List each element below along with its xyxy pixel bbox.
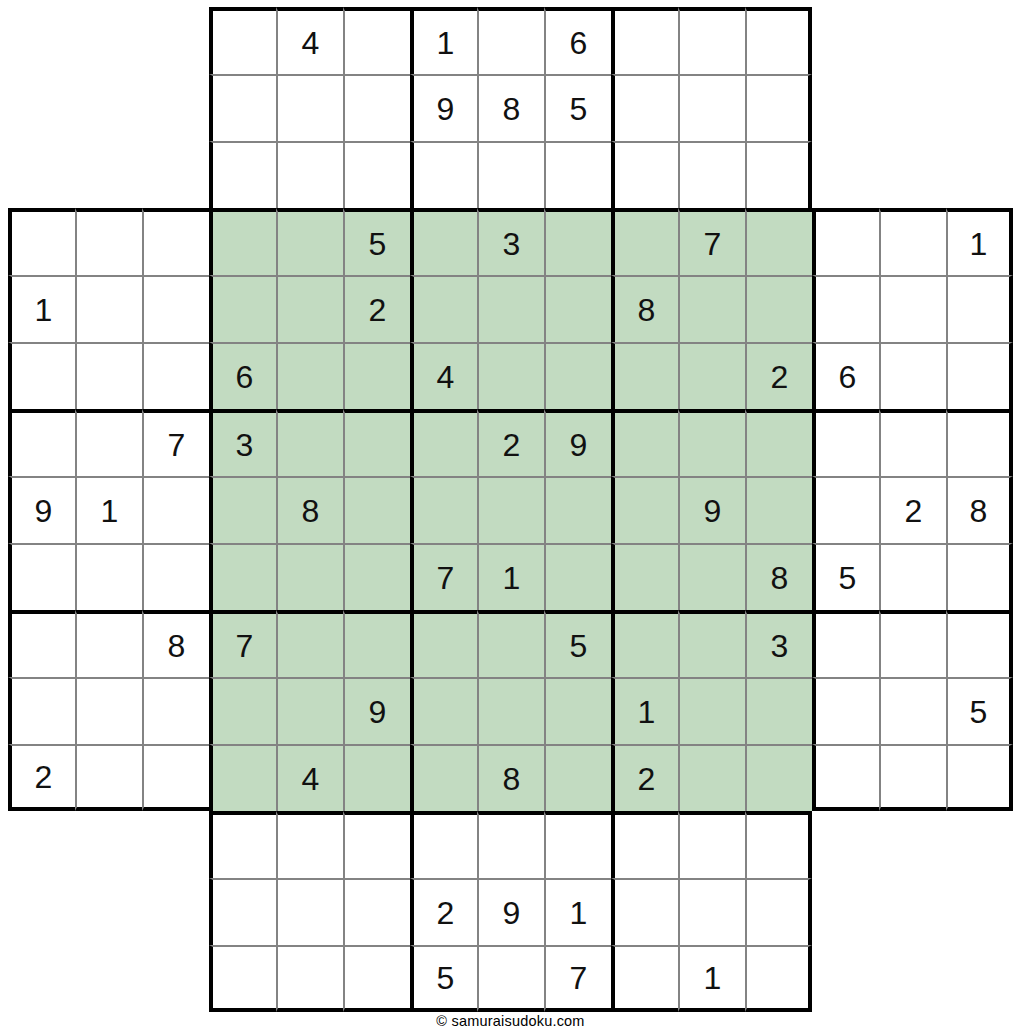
cell-r5c6-given: 2 bbox=[343, 275, 410, 342]
cell-r14c8-given: 9 bbox=[477, 878, 544, 945]
cell-r6c6[interactable] bbox=[343, 342, 410, 409]
void-r3c3 bbox=[142, 141, 209, 208]
cell-r14c4[interactable] bbox=[209, 878, 276, 945]
cell-r11c3[interactable] bbox=[142, 677, 209, 744]
cell-r2c5[interactable] bbox=[276, 74, 343, 141]
cell-r6c12-given: 2 bbox=[745, 342, 812, 409]
cell-r11c10-given: 1 bbox=[611, 677, 678, 744]
cell-r9c2[interactable] bbox=[75, 543, 142, 610]
cell-r9c10[interactable] bbox=[611, 543, 678, 610]
cell-r2c8-given: 8 bbox=[477, 74, 544, 141]
cell-r14c12[interactable] bbox=[745, 878, 812, 945]
cell-r11c12[interactable] bbox=[745, 677, 812, 744]
cell-r3c4[interactable] bbox=[209, 141, 276, 208]
cell-r7c5[interactable] bbox=[276, 409, 343, 476]
cell-r3c11[interactable] bbox=[678, 141, 745, 208]
cell-r10c3-given: 8 bbox=[142, 610, 209, 677]
cell-r11c4[interactable] bbox=[209, 677, 276, 744]
void-r13c14 bbox=[879, 811, 946, 878]
cell-r10c1[interactable] bbox=[8, 610, 75, 677]
cell-r5c4[interactable] bbox=[209, 275, 276, 342]
cell-r10c10[interactable] bbox=[611, 610, 678, 677]
cell-r5c8[interactable] bbox=[477, 275, 544, 342]
void-r14c3 bbox=[142, 878, 209, 945]
cell-r10c5[interactable] bbox=[276, 610, 343, 677]
cell-r15c8[interactable] bbox=[477, 945, 544, 1012]
cell-r5c13[interactable] bbox=[812, 275, 879, 342]
cell-r11c1[interactable] bbox=[8, 677, 75, 744]
cell-r3c7[interactable] bbox=[410, 141, 477, 208]
cell-r13c6[interactable] bbox=[343, 811, 410, 878]
cell-r4c9[interactable] bbox=[544, 208, 611, 275]
void-r1c14 bbox=[879, 7, 946, 74]
cell-r9c13-given: 5 bbox=[812, 543, 879, 610]
cell-r9c12-given: 8 bbox=[745, 543, 812, 610]
cell-r14c9-given: 1 bbox=[544, 878, 611, 945]
cell-r15c10[interactable] bbox=[611, 945, 678, 1012]
cell-r5c9[interactable] bbox=[544, 275, 611, 342]
cell-r7c6[interactable] bbox=[343, 409, 410, 476]
cell-r5c5[interactable] bbox=[276, 275, 343, 342]
cell-r14c10[interactable] bbox=[611, 878, 678, 945]
cell-r4c3[interactable] bbox=[142, 208, 209, 275]
cell-r8c4[interactable] bbox=[209, 476, 276, 543]
cell-r3c9[interactable] bbox=[544, 141, 611, 208]
cell-r8c15-given: 8 bbox=[946, 476, 1013, 543]
void-r1c13 bbox=[812, 7, 879, 74]
cell-r5c10-given: 8 bbox=[611, 275, 678, 342]
cell-r6c2[interactable] bbox=[75, 342, 142, 409]
cell-r4c7[interactable] bbox=[410, 208, 477, 275]
void-r13c15 bbox=[946, 811, 1013, 878]
cell-r15c11-given: 1 bbox=[678, 945, 745, 1012]
void-r14c2 bbox=[75, 878, 142, 945]
cell-r4c11-given: 7 bbox=[678, 208, 745, 275]
cell-r12c9[interactable] bbox=[544, 744, 611, 811]
cell-r15c5[interactable] bbox=[276, 945, 343, 1012]
cell-r9c7-given: 7 bbox=[410, 543, 477, 610]
cell-r2c10[interactable] bbox=[611, 74, 678, 141]
cell-r8c9[interactable] bbox=[544, 476, 611, 543]
cell-r15c4[interactable] bbox=[209, 945, 276, 1012]
cell-r2c11[interactable] bbox=[678, 74, 745, 141]
void-r15c1 bbox=[8, 945, 75, 1012]
cell-r12c2[interactable] bbox=[75, 744, 142, 811]
void-r1c15 bbox=[946, 7, 1013, 74]
cell-r7c4-given: 3 bbox=[209, 409, 276, 476]
cell-r9c9[interactable] bbox=[544, 543, 611, 610]
cell-r6c5[interactable] bbox=[276, 342, 343, 409]
cell-r12c11[interactable] bbox=[678, 744, 745, 811]
cell-r13c4[interactable] bbox=[209, 811, 276, 878]
cell-r10c8[interactable] bbox=[477, 610, 544, 677]
cell-r8c10[interactable] bbox=[611, 476, 678, 543]
cell-r13c9[interactable] bbox=[544, 811, 611, 878]
cell-r7c8-given: 2 bbox=[477, 409, 544, 476]
void-r2c1 bbox=[8, 74, 75, 141]
cell-r6c1[interactable] bbox=[8, 342, 75, 409]
cell-r12c1-given: 2 bbox=[8, 744, 75, 811]
cell-r7c14[interactable] bbox=[879, 409, 946, 476]
void-r13c2 bbox=[75, 811, 142, 878]
cell-r7c1[interactable] bbox=[8, 409, 75, 476]
cell-r12c8-given: 8 bbox=[477, 744, 544, 811]
void-r3c15 bbox=[946, 141, 1013, 208]
cell-r4c6-given: 5 bbox=[343, 208, 410, 275]
sudoku-board: 4169855371128642673299189287185875391524… bbox=[8, 7, 1013, 1012]
cell-r14c7-given: 2 bbox=[410, 878, 477, 945]
cell-r9c3[interactable] bbox=[142, 543, 209, 610]
cell-r7c15[interactable] bbox=[946, 409, 1013, 476]
cell-r10c11[interactable] bbox=[678, 610, 745, 677]
cell-r7c10[interactable] bbox=[611, 409, 678, 476]
cell-r9c8-given: 1 bbox=[477, 543, 544, 610]
cell-r5c1-given: 1 bbox=[8, 275, 75, 342]
cell-r6c7-given: 4 bbox=[410, 342, 477, 409]
cell-r1c12[interactable] bbox=[745, 7, 812, 74]
cell-r10c13[interactable] bbox=[812, 610, 879, 677]
cell-r9c5[interactable] bbox=[276, 543, 343, 610]
void-r15c2 bbox=[75, 945, 142, 1012]
cell-r1c11[interactable] bbox=[678, 7, 745, 74]
cell-r1c5-given: 4 bbox=[276, 7, 343, 74]
cell-r13c10[interactable] bbox=[611, 811, 678, 878]
cell-r2c6[interactable] bbox=[343, 74, 410, 141]
cell-r5c2[interactable] bbox=[75, 275, 142, 342]
cell-r6c4-given: 6 bbox=[209, 342, 276, 409]
void-r15c14 bbox=[879, 945, 946, 1012]
void-r3c2 bbox=[75, 141, 142, 208]
cell-r8c11-given: 9 bbox=[678, 476, 745, 543]
cell-r5c15[interactable] bbox=[946, 275, 1013, 342]
cell-r10c12-given: 3 bbox=[745, 610, 812, 677]
cell-r2c12[interactable] bbox=[745, 74, 812, 141]
void-r15c3 bbox=[142, 945, 209, 1012]
cell-r7c3-given: 7 bbox=[142, 409, 209, 476]
cell-r13c12[interactable] bbox=[745, 811, 812, 878]
cell-r13c8[interactable] bbox=[477, 811, 544, 878]
void-r14c13 bbox=[812, 878, 879, 945]
cell-r14c6[interactable] bbox=[343, 878, 410, 945]
cell-r5c3[interactable] bbox=[142, 275, 209, 342]
cell-r7c7[interactable] bbox=[410, 409, 477, 476]
copyright-text: © samuraisudoku.com bbox=[8, 1013, 1013, 1029]
cell-r9c6[interactable] bbox=[343, 543, 410, 610]
cell-r15c6[interactable] bbox=[343, 945, 410, 1012]
void-r3c14 bbox=[879, 141, 946, 208]
cell-r6c10[interactable] bbox=[611, 342, 678, 409]
cell-r6c15[interactable] bbox=[946, 342, 1013, 409]
cell-r3c10[interactable] bbox=[611, 141, 678, 208]
cell-r10c6[interactable] bbox=[343, 610, 410, 677]
void-r15c15 bbox=[946, 945, 1013, 1012]
cell-r7c12[interactable] bbox=[745, 409, 812, 476]
void-r2c2 bbox=[75, 74, 142, 141]
cell-r8c13[interactable] bbox=[812, 476, 879, 543]
cell-r5c14[interactable] bbox=[879, 275, 946, 342]
cell-r12c14[interactable] bbox=[879, 744, 946, 811]
cell-r5c7[interactable] bbox=[410, 275, 477, 342]
cell-r3c8[interactable] bbox=[477, 141, 544, 208]
cell-r12c5-given: 4 bbox=[276, 744, 343, 811]
cell-r11c9[interactable] bbox=[544, 677, 611, 744]
cell-r12c3[interactable] bbox=[142, 744, 209, 811]
void-r14c1 bbox=[8, 878, 75, 945]
cell-r10c9-given: 5 bbox=[544, 610, 611, 677]
cell-r11c7[interactable] bbox=[410, 677, 477, 744]
cell-r12c13[interactable] bbox=[812, 744, 879, 811]
void-r1c1 bbox=[8, 7, 75, 74]
cell-r7c9-given: 9 bbox=[544, 409, 611, 476]
cell-r5c11[interactable] bbox=[678, 275, 745, 342]
cell-r8c12[interactable] bbox=[745, 476, 812, 543]
cell-r14c5[interactable] bbox=[276, 878, 343, 945]
cell-r13c11[interactable] bbox=[678, 811, 745, 878]
cell-r8c2-given: 1 bbox=[75, 476, 142, 543]
cell-r1c6[interactable] bbox=[343, 7, 410, 74]
cell-r10c15[interactable] bbox=[946, 610, 1013, 677]
cell-r11c15-given: 5 bbox=[946, 677, 1013, 744]
cell-r12c15[interactable] bbox=[946, 744, 1013, 811]
cell-r1c8[interactable] bbox=[477, 7, 544, 74]
void-r2c15 bbox=[946, 74, 1013, 141]
cell-r4c8-given: 3 bbox=[477, 208, 544, 275]
void-r1c3 bbox=[142, 7, 209, 74]
cell-r1c9-given: 6 bbox=[544, 7, 611, 74]
void-r14c14 bbox=[879, 878, 946, 945]
cell-r12c7[interactable] bbox=[410, 744, 477, 811]
cell-r11c5[interactable] bbox=[276, 677, 343, 744]
cell-r3c12[interactable] bbox=[745, 141, 812, 208]
cell-r8c1-given: 9 bbox=[8, 476, 75, 543]
void-r13c1 bbox=[8, 811, 75, 878]
cell-r9c14[interactable] bbox=[879, 543, 946, 610]
cell-r2c4[interactable] bbox=[209, 74, 276, 141]
cell-r10c7[interactable] bbox=[410, 610, 477, 677]
cell-r11c14[interactable] bbox=[879, 677, 946, 744]
void-r3c1 bbox=[8, 141, 75, 208]
cell-r1c7-given: 1 bbox=[410, 7, 477, 74]
cell-r10c4-given: 7 bbox=[209, 610, 276, 677]
cell-r11c6-given: 9 bbox=[343, 677, 410, 744]
cell-r11c2[interactable] bbox=[75, 677, 142, 744]
cell-r4c15-given: 1 bbox=[946, 208, 1013, 275]
cell-r14c11[interactable] bbox=[678, 878, 745, 945]
void-r2c14 bbox=[879, 74, 946, 141]
cell-r12c4[interactable] bbox=[209, 744, 276, 811]
cell-r4c13[interactable] bbox=[812, 208, 879, 275]
cell-r4c2[interactable] bbox=[75, 208, 142, 275]
cell-r9c11[interactable] bbox=[678, 543, 745, 610]
void-r2c3 bbox=[142, 74, 209, 141]
cell-r8c3[interactable] bbox=[142, 476, 209, 543]
void-r1c2 bbox=[75, 7, 142, 74]
void-r2c13 bbox=[812, 74, 879, 141]
cell-r2c9-given: 5 bbox=[544, 74, 611, 141]
cell-r2c7-given: 9 bbox=[410, 74, 477, 141]
cell-r3c5[interactable] bbox=[276, 141, 343, 208]
cell-r7c2[interactable] bbox=[75, 409, 142, 476]
cell-r8c6[interactable] bbox=[343, 476, 410, 543]
cell-r6c8[interactable] bbox=[477, 342, 544, 409]
cell-r6c14[interactable] bbox=[879, 342, 946, 409]
cell-r9c1[interactable] bbox=[8, 543, 75, 610]
cell-r6c3[interactable] bbox=[142, 342, 209, 409]
cell-r4c14[interactable] bbox=[879, 208, 946, 275]
cell-r4c12[interactable] bbox=[745, 208, 812, 275]
void-r13c13 bbox=[812, 811, 879, 878]
cell-r15c7-given: 5 bbox=[410, 945, 477, 1012]
cell-r8c8[interactable] bbox=[477, 476, 544, 543]
cell-r8c5-given: 8 bbox=[276, 476, 343, 543]
cell-r7c13[interactable] bbox=[812, 409, 879, 476]
cell-r12c12[interactable] bbox=[745, 744, 812, 811]
cell-r11c13[interactable] bbox=[812, 677, 879, 744]
cell-r1c4[interactable] bbox=[209, 7, 276, 74]
cell-r3c6[interactable] bbox=[343, 141, 410, 208]
cell-r9c15[interactable] bbox=[946, 543, 1013, 610]
cell-r10c14[interactable] bbox=[879, 610, 946, 677]
void-r14c15 bbox=[946, 878, 1013, 945]
void-r15c13 bbox=[812, 945, 879, 1012]
cell-r15c9-given: 7 bbox=[544, 945, 611, 1012]
cell-r11c11[interactable] bbox=[678, 677, 745, 744]
cell-r8c14-given: 2 bbox=[879, 476, 946, 543]
cell-r8c7[interactable] bbox=[410, 476, 477, 543]
cell-r9c4[interactable] bbox=[209, 543, 276, 610]
cell-r5c12[interactable] bbox=[745, 275, 812, 342]
cell-r6c9[interactable] bbox=[544, 342, 611, 409]
cell-r6c13-given: 6 bbox=[812, 342, 879, 409]
cell-r13c7[interactable] bbox=[410, 811, 477, 878]
cell-r12c10-given: 2 bbox=[611, 744, 678, 811]
cell-r13c5[interactable] bbox=[276, 811, 343, 878]
cell-r12c6[interactable] bbox=[343, 744, 410, 811]
cell-r4c4[interactable] bbox=[209, 208, 276, 275]
void-r13c3 bbox=[142, 811, 209, 878]
void-r3c13 bbox=[812, 141, 879, 208]
cell-r11c8[interactable] bbox=[477, 677, 544, 744]
cell-r15c12[interactable] bbox=[745, 945, 812, 1012]
cell-r4c5[interactable] bbox=[276, 208, 343, 275]
cell-r6c11[interactable] bbox=[678, 342, 745, 409]
cell-r10c2[interactable] bbox=[75, 610, 142, 677]
cell-r4c10[interactable] bbox=[611, 208, 678, 275]
cell-r7c11[interactable] bbox=[678, 409, 745, 476]
cell-r4c1[interactable] bbox=[8, 208, 75, 275]
cell-r1c10[interactable] bbox=[611, 7, 678, 74]
